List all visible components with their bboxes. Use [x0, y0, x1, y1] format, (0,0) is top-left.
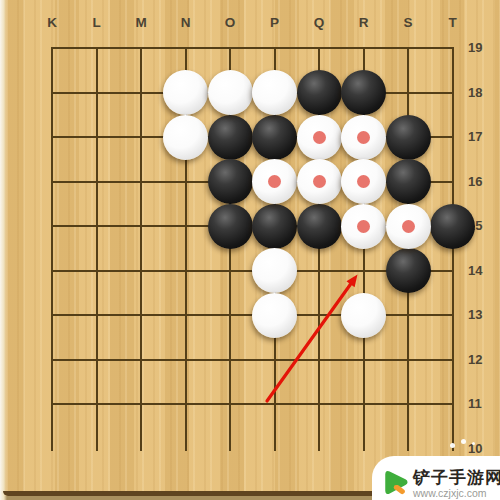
- stone-black-Q15: [297, 204, 342, 249]
- stone-white-P16-marked: [252, 159, 297, 204]
- stone-white-R15-marked: [341, 204, 386, 249]
- row-label-17: 17: [468, 129, 494, 145]
- column-label-N: N: [176, 15, 196, 30]
- stone-white-P13: [252, 293, 297, 338]
- grid-vline-T: [452, 47, 454, 451]
- stone-black-O15: [208, 204, 253, 249]
- stone-white-Q16-marked: [297, 159, 342, 204]
- stone-black-P15: [252, 204, 297, 249]
- stone-black-O16: [208, 159, 253, 204]
- stone-white-N17: [163, 115, 208, 160]
- column-label-T: T: [443, 15, 463, 30]
- stone-black-S16: [386, 159, 431, 204]
- stone-black-O17: [208, 115, 253, 160]
- stone-white-R17-marked: [341, 115, 386, 160]
- stone-black-S14: [386, 248, 431, 293]
- column-label-M: M: [131, 15, 151, 30]
- stone-black-Q18: [297, 70, 342, 115]
- marked-stone-dot: [402, 220, 415, 233]
- stone-white-Q17-marked: [297, 115, 342, 160]
- stone-white-O18: [208, 70, 253, 115]
- watermark-paw-dots: [450, 443, 455, 448]
- marked-stone-dot: [357, 220, 370, 233]
- marked-stone-dot: [357, 175, 370, 188]
- watermark-url: www.czjxjc.com: [413, 488, 500, 499]
- row-label-10: 10: [468, 441, 494, 457]
- stone-white-P18: [252, 70, 297, 115]
- grid-hline-19: [51, 47, 454, 49]
- watermark-title: 铲子手游网: [413, 469, 500, 486]
- stone-white-R16-marked: [341, 159, 386, 204]
- stone-white-P14: [252, 248, 297, 293]
- marked-stone-dot: [313, 175, 326, 188]
- marked-stone-dot: [313, 131, 326, 144]
- stone-white-S15-marked: [386, 204, 431, 249]
- row-label-19: 19: [468, 40, 494, 56]
- column-label-O: O: [220, 15, 240, 30]
- row-label-13: 13: [468, 307, 494, 323]
- marked-stone-dot: [268, 175, 281, 188]
- row-label-14: 14: [468, 263, 494, 279]
- stone-white-N18: [163, 70, 208, 115]
- grid-hline-11: [51, 403, 454, 405]
- grid-vline-M: [140, 47, 142, 451]
- column-label-Q: Q: [309, 15, 329, 30]
- column-label-R: R: [354, 15, 374, 30]
- board-left-edge: [0, 0, 7, 500]
- marked-stone-dot: [357, 131, 370, 144]
- column-label-L: L: [87, 15, 107, 30]
- stone-black-S17: [386, 115, 431, 160]
- watermark-panel: 铲子手游网 www.czjxjc.com: [372, 456, 500, 500]
- watermark-logo-icon: [380, 468, 410, 500]
- column-label-P: P: [265, 15, 285, 30]
- grid-hline-12: [51, 359, 454, 361]
- column-label-S: S: [398, 15, 418, 30]
- grid-vline-K: [51, 47, 53, 451]
- stone-black-T15: [430, 204, 475, 249]
- row-label-11: 11: [468, 396, 494, 412]
- go-board[interactable]: KLMNOPQRST 19181716151413121110 铲子手游网 ww…: [0, 0, 500, 500]
- stone-black-P17: [252, 115, 297, 160]
- grid-vline-L: [96, 47, 98, 451]
- row-label-16: 16: [468, 174, 494, 190]
- column-label-K: K: [42, 15, 62, 30]
- move-arrow: [0, 0, 500, 500]
- row-label-12: 12: [468, 352, 494, 368]
- row-label-18: 18: [468, 85, 494, 101]
- stone-black-R18: [341, 70, 386, 115]
- stone-white-R13: [341, 293, 386, 338]
